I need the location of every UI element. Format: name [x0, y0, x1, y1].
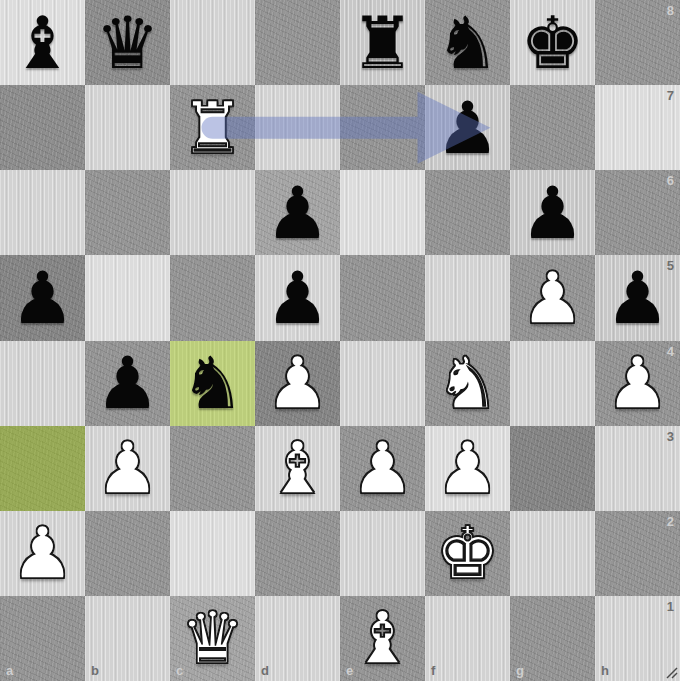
square-a6[interactable]	[0, 170, 85, 255]
square-f6[interactable]	[425, 170, 510, 255]
black-queen-b8: ♛	[95, 7, 160, 79]
square-d3[interactable]: ♝	[255, 426, 340, 511]
chess-board-container: ♝♛♜♞♚8♜♟7♟♟6♟♟♟♟5♟♞♟♞♟4♟♝♟♟3♟♚2ab♛cd♝efg…	[0, 0, 680, 681]
rank-label-7: 7	[667, 88, 674, 103]
square-f7[interactable]: ♟	[425, 85, 510, 170]
square-b8[interactable]: ♛	[85, 0, 170, 85]
square-a2[interactable]: ♟	[0, 511, 85, 596]
square-b5[interactable]	[85, 255, 170, 340]
square-e3[interactable]: ♟	[340, 426, 425, 511]
file-label-d: d	[261, 663, 269, 678]
square-e5[interactable]	[340, 255, 425, 340]
white-queen-c1: ♛	[180, 602, 245, 674]
chess-board: ♝♛♜♞♚8♜♟7♟♟6♟♟♟♟5♟♞♟♞♟4♟♝♟♟3♟♚2ab♛cd♝efg…	[0, 0, 680, 681]
square-f3[interactable]: ♟	[425, 426, 510, 511]
square-a3[interactable]	[0, 426, 85, 511]
square-d8[interactable]	[255, 0, 340, 85]
rank-label-6: 6	[667, 173, 674, 188]
black-knight-c4: ♞	[180, 347, 245, 419]
square-g3[interactable]	[510, 426, 595, 511]
square-h1[interactable]: 1h	[595, 596, 680, 681]
square-a1[interactable]: a	[0, 596, 85, 681]
square-d5[interactable]: ♟	[255, 255, 340, 340]
file-label-b: b	[91, 663, 99, 678]
black-pawn-d5: ♟	[265, 262, 330, 334]
black-king-g8: ♚	[520, 7, 585, 79]
white-pawn-g5: ♟	[520, 262, 585, 334]
square-d4[interactable]: ♟	[255, 341, 340, 426]
white-king-f2: ♚	[435, 517, 500, 589]
square-g5[interactable]: ♟	[510, 255, 595, 340]
square-f1[interactable]: f	[425, 596, 510, 681]
square-h7[interactable]: 7	[595, 85, 680, 170]
white-pawn-f3: ♟	[435, 432, 500, 504]
white-pawn-b3: ♟	[95, 432, 160, 504]
black-pawn-f7: ♟	[435, 92, 500, 164]
square-g6[interactable]: ♟	[510, 170, 595, 255]
file-label-h: h	[601, 663, 609, 678]
square-d7[interactable]	[255, 85, 340, 170]
square-b7[interactable]	[85, 85, 170, 170]
rank-label-3: 3	[667, 429, 674, 444]
square-g1[interactable]: g	[510, 596, 595, 681]
square-e7[interactable]	[340, 85, 425, 170]
square-h2[interactable]: 2	[595, 511, 680, 596]
square-a7[interactable]	[0, 85, 85, 170]
square-c8[interactable]	[170, 0, 255, 85]
square-c5[interactable]	[170, 255, 255, 340]
rank-label-2: 2	[667, 514, 674, 529]
square-c2[interactable]	[170, 511, 255, 596]
square-g4[interactable]	[510, 341, 595, 426]
white-bishop-d3: ♝	[265, 432, 330, 504]
file-label-g: g	[516, 663, 524, 678]
white-knight-f4: ♞	[435, 347, 500, 419]
black-pawn-h5: ♟	[605, 262, 670, 334]
square-g7[interactable]	[510, 85, 595, 170]
square-a4[interactable]	[0, 341, 85, 426]
square-c3[interactable]	[170, 426, 255, 511]
square-g8[interactable]: ♚	[510, 0, 595, 85]
black-pawn-a5: ♟	[10, 262, 75, 334]
white-rook-c7: ♜	[180, 92, 245, 164]
square-b3[interactable]: ♟	[85, 426, 170, 511]
square-b6[interactable]	[85, 170, 170, 255]
white-pawn-d4: ♟	[265, 347, 330, 419]
square-c7[interactable]: ♜	[170, 85, 255, 170]
square-f4[interactable]: ♞	[425, 341, 510, 426]
rank-label-8: 8	[667, 3, 674, 18]
black-pawn-g6: ♟	[520, 177, 585, 249]
square-a5[interactable]: ♟	[0, 255, 85, 340]
square-f2[interactable]: ♚	[425, 511, 510, 596]
square-h4[interactable]: ♟4	[595, 341, 680, 426]
square-e8[interactable]: ♜	[340, 0, 425, 85]
black-bishop-a8: ♝	[10, 7, 75, 79]
square-h3[interactable]: 3	[595, 426, 680, 511]
black-pawn-d6: ♟	[265, 177, 330, 249]
white-pawn-a2: ♟	[10, 517, 75, 589]
square-d1[interactable]: d	[255, 596, 340, 681]
square-d2[interactable]	[255, 511, 340, 596]
square-h5[interactable]: ♟5	[595, 255, 680, 340]
white-bishop-e1: ♝	[350, 602, 415, 674]
square-h6[interactable]: 6	[595, 170, 680, 255]
square-a8[interactable]: ♝	[0, 0, 85, 85]
black-pawn-b4: ♟	[95, 347, 160, 419]
white-pawn-h4: ♟	[605, 347, 670, 419]
square-b2[interactable]	[85, 511, 170, 596]
square-e4[interactable]	[340, 341, 425, 426]
square-d6[interactable]: ♟	[255, 170, 340, 255]
square-e1[interactable]: ♝e	[340, 596, 425, 681]
square-c4[interactable]: ♞	[170, 341, 255, 426]
square-e2[interactable]	[340, 511, 425, 596]
resize-handle-icon[interactable]	[666, 667, 678, 679]
black-rook-e8: ♜	[350, 7, 415, 79]
square-f5[interactable]	[425, 255, 510, 340]
rank-label-1: 1	[667, 599, 674, 614]
file-label-f: f	[431, 663, 435, 678]
square-b4[interactable]: ♟	[85, 341, 170, 426]
square-h8[interactable]: 8	[595, 0, 680, 85]
white-pawn-e3: ♟	[350, 432, 415, 504]
square-b1[interactable]: b	[85, 596, 170, 681]
square-e6[interactable]	[340, 170, 425, 255]
square-c6[interactable]	[170, 170, 255, 255]
file-label-a: a	[6, 663, 13, 678]
square-g2[interactable]	[510, 511, 595, 596]
square-f8[interactable]: ♞	[425, 0, 510, 85]
black-knight-f8: ♞	[435, 7, 500, 79]
square-c1[interactable]: ♛c	[170, 596, 255, 681]
